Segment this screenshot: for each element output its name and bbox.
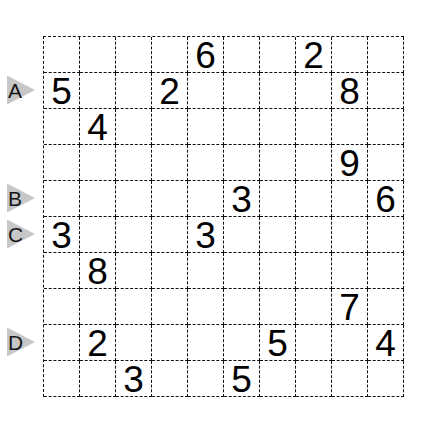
cell-r9c5[interactable] — [188, 325, 224, 361]
row-marker-label: C — [8, 224, 23, 245]
cell-r9c8[interactable] — [296, 325, 332, 361]
given-number: 5 — [51, 72, 72, 110]
cell-r10c6[interactable]: 5 — [224, 361, 260, 397]
cell-r1c7[interactable] — [260, 37, 296, 73]
cell-r7c2[interactable]: 8 — [80, 253, 116, 289]
given-number: 3 — [231, 180, 252, 218]
cell-r6c6[interactable] — [224, 217, 260, 253]
cell-r8c9[interactable]: 7 — [332, 289, 368, 325]
given-number: 5 — [267, 324, 288, 362]
given-number: 7 — [339, 288, 360, 326]
cell-r6c7[interactable] — [260, 217, 296, 253]
cell-r5c8[interactable] — [296, 181, 332, 217]
cell-r3c4[interactable] — [152, 109, 188, 145]
row-marker-label: B — [8, 188, 22, 209]
cell-r5c1[interactable] — [44, 181, 80, 217]
cell-r5c4[interactable] — [152, 181, 188, 217]
given-number: 6 — [375, 180, 396, 218]
cell-r8c4[interactable] — [152, 289, 188, 325]
cell-r6c4[interactable] — [152, 217, 188, 253]
cell-r3c7[interactable] — [260, 109, 296, 145]
given-number: 2 — [303, 36, 324, 74]
puzzle-grid: 625284936338725435 — [43, 36, 404, 397]
cell-r9c9[interactable] — [332, 325, 368, 361]
cell-r3c5[interactable] — [188, 109, 224, 145]
cell-r5c10[interactable]: 6 — [368, 181, 404, 217]
cell-r9c3[interactable] — [116, 325, 152, 361]
cell-r9c1[interactable] — [44, 325, 80, 361]
row-marker-label: D — [8, 332, 23, 353]
cell-r1c6[interactable] — [224, 37, 260, 73]
cell-r3c3[interactable] — [116, 109, 152, 145]
cell-r5c6[interactable]: 3 — [224, 181, 260, 217]
cell-r1c9[interactable] — [332, 37, 368, 73]
cell-r7c7[interactable] — [260, 253, 296, 289]
cell-r2c2[interactable] — [80, 73, 116, 109]
cell-r7c1[interactable] — [44, 253, 80, 289]
given-number: 5 — [231, 360, 252, 398]
given-number: 9 — [339, 144, 360, 182]
cell-r3c10[interactable] — [368, 109, 404, 145]
cell-r2c4[interactable]: 2 — [152, 73, 188, 109]
given-number: 6 — [195, 36, 216, 74]
cell-r4c9[interactable]: 9 — [332, 145, 368, 181]
cell-r6c10[interactable] — [368, 217, 404, 253]
cell-r4c5[interactable] — [188, 145, 224, 181]
cell-r9c2[interactable]: 2 — [80, 325, 116, 361]
given-number: 8 — [339, 72, 360, 110]
cell-r8c2[interactable] — [80, 289, 116, 325]
cell-r4c7[interactable] — [260, 145, 296, 181]
cell-r2c5[interactable] — [188, 73, 224, 109]
given-number: 2 — [159, 72, 180, 110]
cell-r1c2[interactable] — [80, 37, 116, 73]
row-marker-label: A — [8, 80, 22, 101]
cell-r10c10[interactable] — [368, 361, 404, 397]
cell-r8c10[interactable] — [368, 289, 404, 325]
cell-r2c10[interactable] — [368, 73, 404, 109]
cell-r2c9[interactable]: 8 — [332, 73, 368, 109]
cell-r4c10[interactable] — [368, 145, 404, 181]
puzzle-page: ABCD 625284936338725435 — [0, 0, 447, 435]
cell-r9c6[interactable] — [224, 325, 260, 361]
cell-r8c3[interactable] — [116, 289, 152, 325]
cell-r6c2[interactable] — [80, 217, 116, 253]
cell-r4c3[interactable] — [116, 145, 152, 181]
row-marker-C: C — [7, 220, 35, 249]
cell-r6c8[interactable] — [296, 217, 332, 253]
cell-r3c1[interactable] — [44, 109, 80, 145]
cell-r4c2[interactable] — [80, 145, 116, 181]
cell-r10c5[interactable] — [188, 361, 224, 397]
given-number: 4 — [87, 108, 108, 146]
cell-r2c3[interactable] — [116, 73, 152, 109]
cell-r3c8[interactable] — [296, 109, 332, 145]
cell-r1c1[interactable] — [44, 37, 80, 73]
given-number: 3 — [123, 360, 144, 398]
cell-r5c2[interactable] — [80, 181, 116, 217]
cell-r8c7[interactable] — [260, 289, 296, 325]
cell-r10c1[interactable] — [44, 361, 80, 397]
cell-r1c4[interactable] — [152, 37, 188, 73]
cell-r1c10[interactable] — [368, 37, 404, 73]
row-marker-D: D — [7, 328, 35, 357]
cell-r2c1[interactable]: 5 — [44, 73, 80, 109]
cell-r2c8[interactable] — [296, 73, 332, 109]
given-number: 3 — [51, 216, 72, 254]
cell-r4c8[interactable] — [296, 145, 332, 181]
cell-r5c9[interactable] — [332, 181, 368, 217]
cell-r1c5[interactable]: 6 — [188, 37, 224, 73]
row-marker-A: A — [7, 76, 35, 105]
cell-r2c6[interactable] — [224, 73, 260, 109]
cell-r4c4[interactable] — [152, 145, 188, 181]
given-number: 8 — [87, 252, 108, 290]
cell-r10c9[interactable] — [332, 361, 368, 397]
cell-r6c3[interactable] — [116, 217, 152, 253]
cell-r9c10[interactable]: 4 — [368, 325, 404, 361]
cell-r1c8[interactable]: 2 — [296, 37, 332, 73]
cell-r6c9[interactable] — [332, 217, 368, 253]
cell-r7c5[interactable] — [188, 253, 224, 289]
cell-r2c7[interactable] — [260, 73, 296, 109]
cell-r9c7[interactable]: 5 — [260, 325, 296, 361]
cell-r7c4[interactable] — [152, 253, 188, 289]
cell-r4c6[interactable] — [224, 145, 260, 181]
cell-r8c1[interactable] — [44, 289, 80, 325]
cell-r8c6[interactable] — [224, 289, 260, 325]
cell-r3c9[interactable] — [332, 109, 368, 145]
cell-r10c7[interactable] — [260, 361, 296, 397]
cell-r10c2[interactable] — [80, 361, 116, 397]
cell-r7c10[interactable] — [368, 253, 404, 289]
cell-r7c3[interactable] — [116, 253, 152, 289]
row-marker-B: B — [7, 184, 35, 213]
cell-r9c4[interactable] — [152, 325, 188, 361]
cell-r6c5[interactable]: 3 — [188, 217, 224, 253]
cell-r4c1[interactable] — [44, 145, 80, 181]
cell-r6c1[interactable]: 3 — [44, 217, 80, 253]
cell-r3c2[interactable]: 4 — [80, 109, 116, 145]
cell-r10c4[interactable] — [152, 361, 188, 397]
cell-r3c6[interactable] — [224, 109, 260, 145]
cell-r10c8[interactable] — [296, 361, 332, 397]
cell-r5c5[interactable] — [188, 181, 224, 217]
cell-r5c3[interactable] — [116, 181, 152, 217]
given-number: 2 — [87, 324, 108, 362]
cell-r5c7[interactable] — [260, 181, 296, 217]
cell-r7c9[interactable] — [332, 253, 368, 289]
cell-r8c8[interactable] — [296, 289, 332, 325]
cell-r8c5[interactable] — [188, 289, 224, 325]
given-number: 3 — [195, 216, 216, 254]
cell-r1c3[interactable] — [116, 37, 152, 73]
cell-r10c3[interactable]: 3 — [116, 361, 152, 397]
cell-r7c6[interactable] — [224, 253, 260, 289]
cell-r7c8[interactable] — [296, 253, 332, 289]
given-number: 4 — [375, 324, 396, 362]
